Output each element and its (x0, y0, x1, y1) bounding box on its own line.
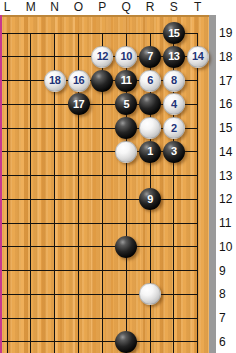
row-label-15: 15 (219, 122, 232, 134)
row-label-12: 12 (219, 193, 232, 205)
column-label-N: N (50, 0, 59, 14)
move-number: 4 (171, 99, 177, 110)
board-edge-shadow (209, 15, 216, 353)
move-number: 16 (73, 75, 84, 86)
column-label-O: O (74, 0, 83, 14)
row-label-18: 18 (219, 51, 232, 63)
stone-S14-move-3[interactable]: 3 (163, 141, 185, 163)
stone-Q14[interactable] (115, 141, 137, 163)
stone-N17-move-18[interactable]: 18 (44, 70, 66, 92)
row-label-6: 6 (219, 336, 226, 348)
stone-R14-move-1[interactable]: 1 (139, 141, 161, 163)
row-label-16: 16 (219, 98, 232, 110)
move-number: 3 (171, 146, 177, 157)
row-label-11: 11 (219, 217, 231, 229)
move-number: 6 (147, 75, 153, 86)
column-label-L: L (4, 0, 11, 14)
row-label-9: 9 (219, 265, 226, 277)
move-number: 5 (123, 99, 129, 110)
move-number: 11 (121, 75, 132, 86)
row-label-10: 10 (219, 241, 232, 253)
stone-P17[interactable] (91, 70, 113, 92)
column-label-P: P (98, 0, 106, 14)
go-diagram-window: LMNOPQRST 191817161514131211109876 15121… (0, 0, 236, 353)
row-label-17: 17 (219, 75, 232, 87)
move-number: 18 (49, 75, 60, 86)
stone-T18-move-14[interactable]: 14 (187, 46, 209, 68)
move-number: 7 (147, 51, 153, 62)
column-label-S: S (170, 0, 178, 14)
stone-O17-move-16[interactable]: 16 (68, 70, 90, 92)
row-labels: 191817161514131211109876 (216, 0, 236, 353)
move-number: 1 (147, 146, 153, 157)
column-label-R: R (146, 0, 155, 14)
move-number: 13 (168, 51, 179, 62)
crop-edge-marker (0, 15, 2, 353)
move-number: 9 (147, 194, 153, 205)
move-number: 2 (171, 123, 177, 134)
row-label-14: 14 (219, 146, 232, 158)
move-number: 15 (168, 28, 179, 39)
stone-O16-move-17[interactable]: 17 (68, 93, 90, 115)
stone-S18-move-13[interactable]: 13 (163, 46, 185, 68)
row-label-8: 8 (219, 288, 226, 300)
stone-Q18-move-10[interactable]: 10 (115, 46, 137, 68)
stone-Q6[interactable] (115, 331, 137, 353)
column-label-M: M (26, 0, 36, 14)
stone-S17-move-8[interactable]: 8 (163, 70, 185, 92)
move-number: 17 (73, 99, 84, 110)
row-label-13: 13 (219, 170, 232, 182)
stone-Q17-move-11[interactable]: 11 (115, 70, 137, 92)
move-number: 8 (171, 75, 177, 86)
stone-Q10[interactable] (115, 236, 137, 258)
stone-R17-move-6[interactable]: 6 (139, 70, 161, 92)
stone-S19-move-15[interactable]: 15 (163, 22, 185, 44)
stone-R18-move-7[interactable]: 7 (139, 46, 161, 68)
row-label-7: 7 (219, 312, 226, 324)
column-label-Q: Q (122, 0, 131, 14)
move-number: 10 (121, 51, 132, 62)
row-label-19: 19 (219, 27, 232, 39)
column-label-T: T (194, 0, 201, 14)
move-number: 14 (192, 51, 203, 62)
stone-S15-move-2[interactable]: 2 (163, 117, 185, 139)
move-number: 12 (97, 51, 108, 62)
column-labels: LMNOPQRST (0, 0, 236, 15)
